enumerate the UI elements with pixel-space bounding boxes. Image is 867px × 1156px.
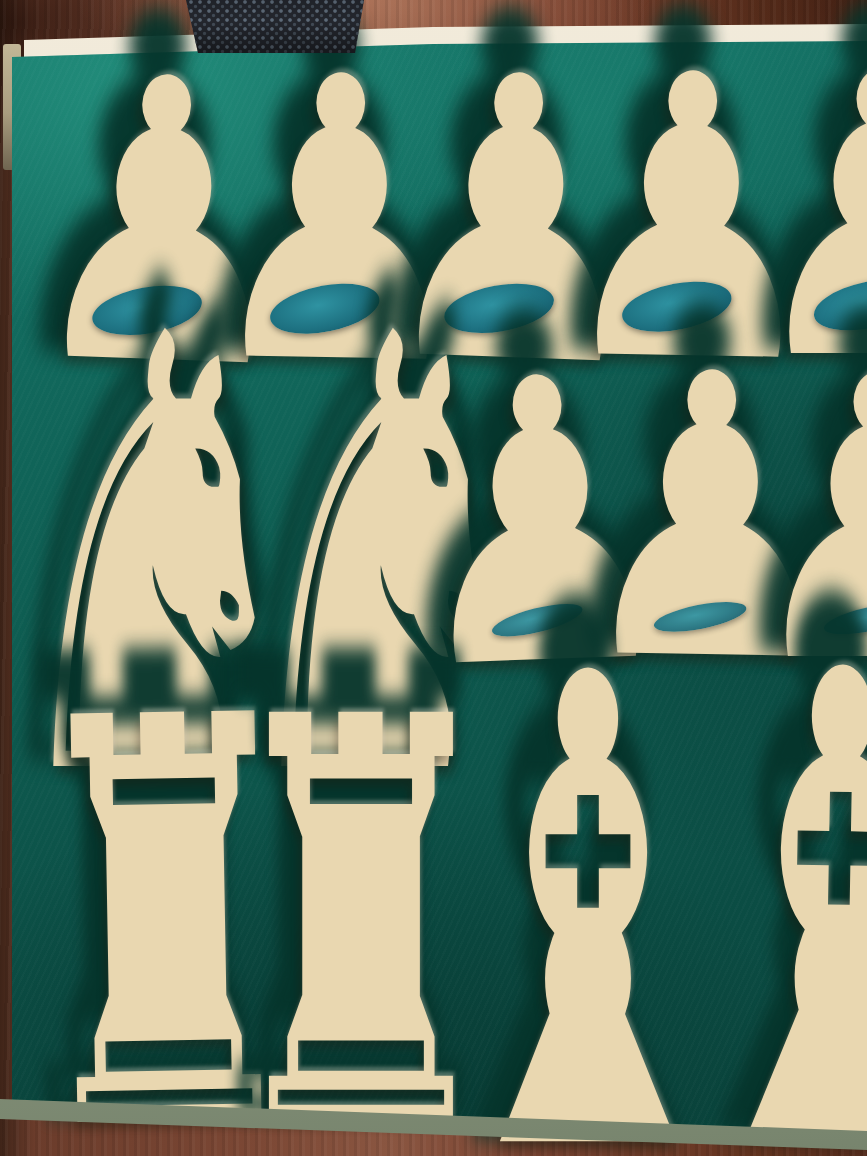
chess-box-photo: ♟ ♟ ♟ ♟ ♟ ♟ ♟ ♟ ♟ ♟ ♞ ♞ ♞ ♞ ♟ ♟ ♟ ♟ — [0, 0, 867, 1156]
white-bishop-2: ♝ ♝ — [736, 692, 867, 1099]
white-bishop-glyph: ♝ — [664, 588, 867, 1156]
